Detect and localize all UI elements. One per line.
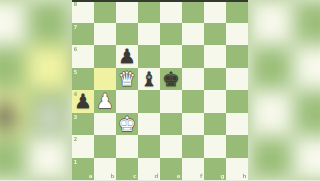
- square-a8[interactable]: 8: [72, 0, 94, 23]
- square-e4[interactable]: [160, 90, 182, 113]
- white-king[interactable]: ♚: [118, 113, 136, 136]
- file-label-f: f: [200, 173, 202, 179]
- square-d7[interactable]: [138, 23, 160, 46]
- black-bishop[interactable]: ♝: [140, 68, 158, 91]
- square-e3[interactable]: [160, 113, 182, 136]
- square-e5[interactable]: ♚: [160, 68, 182, 91]
- white-pawn[interactable]: ♟: [96, 90, 114, 113]
- square-e7[interactable]: [160, 23, 182, 46]
- square-f1[interactable]: f: [182, 158, 204, 181]
- square-g6: [249, 0, 293, 45]
- square-e8[interactable]: [160, 0, 182, 23]
- square-e6[interactable]: [160, 45, 182, 68]
- rank-label-8: 8: [74, 1, 78, 7]
- square-h3: [293, 135, 320, 180]
- file-label-g: g: [221, 173, 225, 179]
- square-d5[interactable]: ♝: [138, 68, 160, 91]
- square-h3[interactable]: [226, 113, 248, 136]
- rank-label-2: 2: [74, 136, 78, 142]
- square-b6[interactable]: [94, 45, 116, 68]
- square-f5[interactable]: [182, 68, 204, 91]
- square-h4: [293, 90, 320, 135]
- square-g1[interactable]: g: [204, 158, 226, 181]
- square-b4: ♟: [27, 90, 71, 135]
- square-c7[interactable]: [116, 23, 138, 46]
- file-label-a: a: [89, 173, 93, 179]
- square-h1[interactable]: h: [226, 158, 248, 181]
- rank-label-7: 7: [74, 24, 78, 30]
- rank-label-5: 5: [74, 69, 78, 75]
- square-f7[interactable]: [182, 23, 204, 46]
- rank-label-3: 3: [74, 114, 78, 120]
- black-king[interactable]: ♚: [162, 68, 180, 91]
- square-g8[interactable]: [204, 0, 226, 23]
- square-a3[interactable]: 3: [72, 113, 94, 136]
- square-c6[interactable]: ♟: [116, 45, 138, 68]
- square-g3: [249, 135, 293, 180]
- square-h8[interactable]: [226, 0, 248, 23]
- white-queen[interactable]: ♛: [118, 68, 136, 91]
- square-g4[interactable]: [204, 90, 226, 113]
- square-d8[interactable]: [138, 0, 160, 23]
- square-d1[interactable]: d: [138, 158, 160, 181]
- square-h2[interactable]: [226, 135, 248, 158]
- square-h7[interactable]: [226, 23, 248, 46]
- square-b2[interactable]: [94, 135, 116, 158]
- chess-board[interactable]: 876♟5♛♝♚4♟♟3♚21abcdefgh: [72, 0, 248, 180]
- square-b5[interactable]: [94, 68, 116, 91]
- square-a1[interactable]: 1a: [72, 158, 94, 181]
- square-c4[interactable]: [116, 90, 138, 113]
- file-label-h: h: [243, 173, 247, 179]
- square-f2[interactable]: [182, 135, 204, 158]
- square-a6: [0, 0, 27, 45]
- square-d2[interactable]: [138, 135, 160, 158]
- square-f6[interactable]: [182, 45, 204, 68]
- square-c1[interactable]: c: [116, 158, 138, 181]
- square-e2[interactable]: [160, 135, 182, 158]
- square-c2[interactable]: [116, 135, 138, 158]
- square-d6[interactable]: [138, 45, 160, 68]
- square-f4[interactable]: [182, 90, 204, 113]
- square-b3[interactable]: [94, 113, 116, 136]
- square-b4[interactable]: ♟: [94, 90, 116, 113]
- square-h6[interactable]: [226, 45, 248, 68]
- square-h5[interactable]: [226, 68, 248, 91]
- square-b7[interactable]: [94, 23, 116, 46]
- square-a5: [0, 45, 27, 90]
- square-a6[interactable]: 6: [72, 45, 94, 68]
- file-label-d: d: [155, 173, 159, 179]
- square-a4: ♟: [0, 90, 27, 135]
- square-g3[interactable]: [204, 113, 226, 136]
- square-c5[interactable]: ♛: [116, 68, 138, 91]
- square-a4[interactable]: 4♟: [72, 90, 94, 113]
- square-c8[interactable]: [116, 0, 138, 23]
- square-b1[interactable]: b: [94, 158, 116, 181]
- file-label-b: b: [111, 173, 115, 179]
- square-h5: [293, 45, 320, 90]
- square-d3[interactable]: [138, 113, 160, 136]
- square-b6: [27, 0, 71, 45]
- black-pawn[interactable]: ♟: [74, 90, 92, 113]
- square-a3: [0, 135, 27, 180]
- chess-board-grid[interactable]: 876♟5♛♝♚4♟♟3♚21abcdefgh: [72, 0, 248, 180]
- square-e1[interactable]: e: [160, 158, 182, 181]
- square-a5[interactable]: 5: [72, 68, 94, 91]
- square-a2[interactable]: 2: [72, 135, 94, 158]
- square-f3[interactable]: [182, 113, 204, 136]
- board-top-border: [72, 0, 248, 2]
- square-g5[interactable]: [204, 68, 226, 91]
- square-h4[interactable]: [226, 90, 248, 113]
- square-b5: [27, 45, 71, 90]
- square-b8[interactable]: [94, 0, 116, 23]
- square-g2[interactable]: [204, 135, 226, 158]
- rank-label-1: 1: [74, 159, 78, 165]
- square-d4[interactable]: [138, 90, 160, 113]
- square-b3: [27, 135, 71, 180]
- square-h6: [293, 0, 320, 45]
- black-pawn[interactable]: ♟: [118, 45, 136, 68]
- white-pawn: ♟: [31, 90, 67, 135]
- square-g7[interactable]: [204, 23, 226, 46]
- file-label-c: c: [133, 173, 136, 179]
- file-label-e: e: [177, 173, 181, 179]
- black-pawn: ♟: [0, 90, 23, 135]
- square-g5: [249, 45, 293, 90]
- square-f8[interactable]: [182, 0, 204, 23]
- square-a7[interactable]: 7: [72, 23, 94, 46]
- square-c3[interactable]: ♚: [116, 113, 138, 136]
- square-g6[interactable]: [204, 45, 226, 68]
- rank-label-6: 6: [74, 46, 78, 52]
- square-g4: [249, 90, 293, 135]
